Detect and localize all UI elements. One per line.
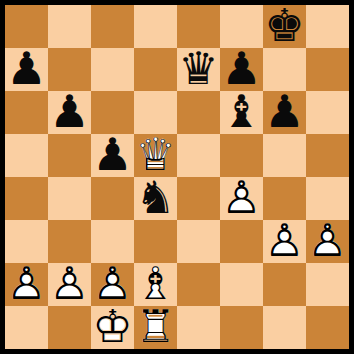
white-pawn: ♟♙ <box>5 263 48 306</box>
square-d4[interactable]: ♞ <box>134 177 177 220</box>
square-g8[interactable]: ♚ <box>263 5 306 48</box>
square-a2[interactable]: ♟♙ <box>5 263 48 306</box>
square-e5[interactable] <box>177 134 220 177</box>
white-pawn: ♟♙ <box>263 220 306 263</box>
square-c7[interactable] <box>91 48 134 91</box>
square-c1[interactable]: ♚♔ <box>91 306 134 349</box>
square-c4[interactable] <box>91 177 134 220</box>
square-b8[interactable] <box>48 5 91 48</box>
chess-board: ♚♟♛♟♟♝♟♟♛♕♞♟♙♟♙♟♙♟♙♟♙♟♙♝♗♚♔♜♖ <box>5 5 349 349</box>
square-g1[interactable] <box>263 306 306 349</box>
square-f6[interactable]: ♝ <box>220 91 263 134</box>
black-bishop: ♝ <box>220 91 263 134</box>
square-e7[interactable]: ♛ <box>177 48 220 91</box>
black-king: ♚ <box>263 5 306 48</box>
square-b4[interactable] <box>48 177 91 220</box>
square-a7[interactable]: ♟ <box>5 48 48 91</box>
square-f1[interactable] <box>220 306 263 349</box>
square-a1[interactable] <box>5 306 48 349</box>
square-h8[interactable] <box>306 5 349 48</box>
square-g6[interactable]: ♟ <box>263 91 306 134</box>
square-e3[interactable] <box>177 220 220 263</box>
square-e6[interactable] <box>177 91 220 134</box>
black-pawn: ♟ <box>48 91 91 134</box>
square-e4[interactable] <box>177 177 220 220</box>
square-a4[interactable] <box>5 177 48 220</box>
square-g2[interactable] <box>263 263 306 306</box>
black-knight: ♞ <box>134 177 177 220</box>
square-f3[interactable] <box>220 220 263 263</box>
black-pawn: ♟ <box>91 134 134 177</box>
square-h3[interactable]: ♟♙ <box>306 220 349 263</box>
square-e2[interactable] <box>177 263 220 306</box>
square-a5[interactable] <box>5 134 48 177</box>
square-d8[interactable] <box>134 5 177 48</box>
square-c5[interactable]: ♟ <box>91 134 134 177</box>
square-b5[interactable] <box>48 134 91 177</box>
white-king: ♚♔ <box>91 306 134 349</box>
white-pawn: ♟♙ <box>48 263 91 306</box>
square-b2[interactable]: ♟♙ <box>48 263 91 306</box>
black-queen: ♛ <box>177 48 220 91</box>
square-h7[interactable] <box>306 48 349 91</box>
square-d1[interactable]: ♜♖ <box>134 306 177 349</box>
square-h2[interactable] <box>306 263 349 306</box>
white-pawn: ♟♙ <box>306 220 349 263</box>
square-h1[interactable] <box>306 306 349 349</box>
square-f2[interactable] <box>220 263 263 306</box>
black-pawn: ♟ <box>263 91 306 134</box>
square-g5[interactable] <box>263 134 306 177</box>
square-b1[interactable] <box>48 306 91 349</box>
square-d7[interactable] <box>134 48 177 91</box>
square-c8[interactable] <box>91 5 134 48</box>
square-g3[interactable]: ♟♙ <box>263 220 306 263</box>
white-pawn: ♟♙ <box>220 177 263 220</box>
square-b6[interactable]: ♟ <box>48 91 91 134</box>
square-a6[interactable] <box>5 91 48 134</box>
square-h5[interactable] <box>306 134 349 177</box>
square-h6[interactable] <box>306 91 349 134</box>
white-rook: ♜♖ <box>134 306 177 349</box>
square-e1[interactable] <box>177 306 220 349</box>
square-f4[interactable]: ♟♙ <box>220 177 263 220</box>
black-pawn: ♟ <box>5 48 48 91</box>
chess-board-frame: ♚♟♛♟♟♝♟♟♛♕♞♟♙♟♙♟♙♟♙♟♙♟♙♝♗♚♔♜♖ <box>0 0 354 354</box>
